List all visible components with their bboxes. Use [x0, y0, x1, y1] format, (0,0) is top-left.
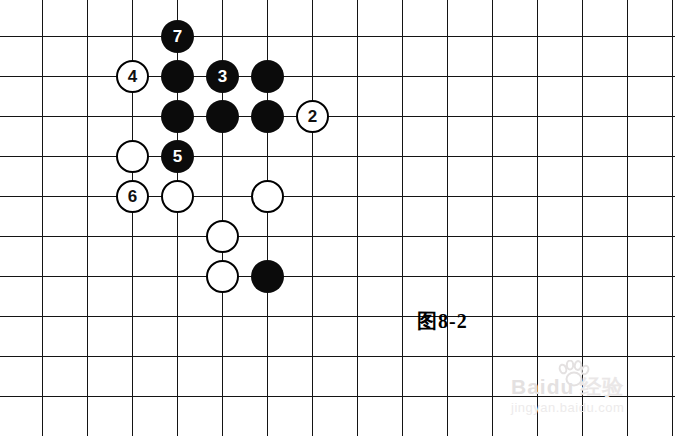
stone-black: [161, 100, 194, 133]
stone-white: [206, 260, 239, 293]
move-number: 6: [128, 188, 137, 205]
stone-black: [161, 60, 194, 93]
stone-black: [251, 260, 284, 293]
baidu-watermark: Baidu经验 jingyan.baidu.com: [511, 360, 651, 415]
stone-white-move-4: 4: [116, 60, 149, 93]
move-number: 5: [173, 148, 182, 165]
watermark-url: jingyan.baidu.com: [511, 400, 651, 415]
stone-white: [116, 140, 149, 173]
move-number: 7: [173, 28, 182, 45]
move-number: 3: [218, 68, 227, 85]
stone-black: [206, 100, 239, 133]
paw-icon: [555, 360, 591, 388]
stone-black-move-3: 3: [206, 60, 239, 93]
move-number: 2: [308, 108, 317, 125]
figure-label: 图8-2: [417, 308, 468, 335]
go-diagram-screen: 743256 图8-2 Baidu经验 jingyan.baidu.com: [0, 0, 675, 436]
stone-white: [206, 220, 239, 253]
move-number: 4: [128, 68, 137, 85]
stone-black: [251, 60, 284, 93]
stone-white-move-6: 6: [116, 180, 149, 213]
stone-black-move-7: 7: [161, 20, 194, 53]
stone-black-move-5: 5: [161, 140, 194, 173]
stone-white: [161, 180, 194, 213]
stone-white: [251, 180, 284, 213]
go-stones-grid: 743256: [20, 16, 675, 416]
stone-black: [251, 100, 284, 133]
stone-white-move-2: 2: [296, 100, 329, 133]
